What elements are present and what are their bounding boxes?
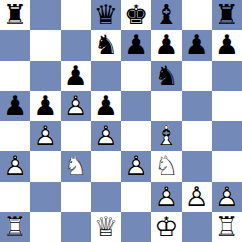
white-pawn-glyph-outline: ♙	[3, 152, 27, 179]
square-a3[interactable]: ♟♙	[0, 151, 30, 181]
piece-white-pawn: ♟♙	[151, 182, 181, 212]
piece-white-knight: ♞♘	[151, 151, 181, 181]
piece-white-pawn: ♟♙	[212, 182, 242, 212]
square-b8[interactable]	[30, 0, 60, 30]
square-h2[interactable]: ♟♙	[212, 182, 242, 212]
white-king-glyph-fill: ♚	[154, 213, 178, 240]
square-a1[interactable]: ♜♖	[0, 212, 30, 242]
chess-app: ♜♛♚♝♜♞♟♟♟♟♟♞♟♟♟♙♟♟♙♟♙♝♗♟♙♞♘♟♙♞♘♟♙♟♙♟♙♜♖♛…	[0, 0, 242, 242]
square-d8[interactable]: ♛	[91, 0, 121, 30]
white-pawn-glyph-fill: ♟	[215, 183, 239, 210]
square-f2[interactable]: ♟♙	[151, 182, 181, 212]
square-f1[interactable]: ♚♔	[151, 212, 181, 242]
white-pawn-glyph-outline: ♙	[64, 92, 88, 119]
square-a6[interactable]	[0, 61, 30, 91]
square-e3[interactable]: ♟♙	[121, 151, 151, 181]
square-a2[interactable]	[0, 182, 30, 212]
black-pawn-glyph-fill: ♟	[94, 92, 118, 119]
square-b6[interactable]	[30, 61, 60, 91]
black-pawn-glyph-fill: ♟	[185, 31, 209, 58]
piece-black-pawn: ♟	[151, 30, 181, 60]
black-queen-glyph-fill: ♛	[94, 1, 118, 28]
piece-black-king: ♚	[121, 0, 151, 30]
white-knight-glyph-fill: ♞	[64, 152, 88, 179]
square-b1[interactable]	[30, 212, 60, 242]
square-h6[interactable]	[212, 61, 242, 91]
black-knight-glyph-fill: ♞	[154, 62, 178, 89]
chess-board: ♜♛♚♝♜♞♟♟♟♟♟♞♟♟♟♙♟♟♙♟♙♝♗♟♙♞♘♟♙♞♘♟♙♟♙♟♙♜♖♛…	[0, 0, 242, 242]
white-pawn-glyph-outline: ♙	[33, 122, 57, 149]
square-c1[interactable]	[61, 212, 91, 242]
square-c8[interactable]	[61, 0, 91, 30]
square-c5[interactable]: ♟♙	[61, 91, 91, 121]
square-g4[interactable]	[182, 121, 212, 151]
square-h4[interactable]	[212, 121, 242, 151]
piece-white-pawn: ♟♙	[182, 182, 212, 212]
square-c2[interactable]	[61, 182, 91, 212]
white-rook-glyph-fill: ♜	[215, 213, 239, 240]
black-rook-glyph-fill: ♜	[215, 1, 239, 28]
black-bishop-glyph-fill: ♝	[154, 1, 178, 28]
square-c7[interactable]	[61, 30, 91, 60]
square-e1[interactable]	[121, 212, 151, 242]
square-e7[interactable]: ♟	[121, 30, 151, 60]
black-pawn-glyph-fill: ♟	[3, 92, 27, 119]
square-a7[interactable]	[0, 30, 30, 60]
square-g1[interactable]	[182, 212, 212, 242]
square-d6[interactable]	[91, 61, 121, 91]
white-knight-glyph-outline: ♘	[154, 152, 178, 179]
black-pawn-glyph-fill: ♟	[154, 31, 178, 58]
piece-black-rook: ♜	[0, 0, 30, 30]
white-queen-glyph-fill: ♛	[94, 213, 118, 240]
square-h1[interactable]: ♜♖	[212, 212, 242, 242]
piece-black-pawn: ♟	[0, 91, 30, 121]
square-f3[interactable]: ♞♘	[151, 151, 181, 181]
square-f5[interactable]	[151, 91, 181, 121]
square-g7[interactable]: ♟	[182, 30, 212, 60]
white-rook-glyph-outline: ♖	[215, 213, 239, 240]
white-knight-glyph-outline: ♘	[64, 152, 88, 179]
square-h5[interactable]	[212, 91, 242, 121]
square-e2[interactable]	[121, 182, 151, 212]
white-pawn-glyph-fill: ♟	[185, 183, 209, 210]
white-king-glyph-outline: ♔	[154, 213, 178, 240]
square-d7[interactable]: ♞	[91, 30, 121, 60]
black-pawn-glyph-fill: ♟	[33, 92, 57, 119]
square-b2[interactable]	[30, 182, 60, 212]
square-h7[interactable]: ♟	[212, 30, 242, 60]
piece-white-queen: ♛♕	[91, 212, 121, 242]
piece-white-pawn: ♟♙	[61, 91, 91, 121]
piece-white-pawn: ♟♙	[91, 121, 121, 151]
black-pawn-glyph-fill: ♟	[215, 31, 239, 58]
square-c4[interactable]	[61, 121, 91, 151]
piece-white-pawn: ♟♙	[121, 151, 151, 181]
square-g2[interactable]: ♟♙	[182, 182, 212, 212]
white-pawn-glyph-outline: ♙	[215, 183, 239, 210]
piece-white-pawn: ♟♙	[0, 151, 30, 181]
square-h8[interactable]: ♜	[212, 0, 242, 30]
piece-black-pawn: ♟	[121, 30, 151, 60]
square-e6[interactable]	[121, 61, 151, 91]
white-pawn-glyph-fill: ♟	[64, 92, 88, 119]
piece-black-knight: ♞	[91, 30, 121, 60]
white-queen-glyph-outline: ♕	[94, 213, 118, 240]
square-d5[interactable]: ♟	[91, 91, 121, 121]
square-g6[interactable]	[182, 61, 212, 91]
square-c6[interactable]: ♟	[61, 61, 91, 91]
white-knight-glyph-fill: ♞	[154, 152, 178, 179]
square-d1[interactable]: ♛♕	[91, 212, 121, 242]
square-g8[interactable]	[182, 0, 212, 30]
piece-black-queen: ♛	[91, 0, 121, 30]
white-pawn-glyph-outline: ♙	[185, 183, 209, 210]
square-g5[interactable]	[182, 91, 212, 121]
white-rook-glyph-outline: ♖	[3, 213, 27, 240]
white-pawn-glyph-outline: ♙	[94, 122, 118, 149]
white-bishop-glyph-outline: ♗	[154, 122, 178, 149]
square-b4[interactable]: ♟♙	[30, 121, 60, 151]
piece-white-rook: ♜♖	[212, 212, 242, 242]
square-d2[interactable]	[91, 182, 121, 212]
piece-white-pawn: ♟♙	[30, 121, 60, 151]
square-b3[interactable]	[30, 151, 60, 181]
white-pawn-glyph-fill: ♟	[3, 152, 27, 179]
white-rook-glyph-fill: ♜	[3, 213, 27, 240]
square-c3[interactable]: ♞♘	[61, 151, 91, 181]
white-pawn-glyph-outline: ♙	[124, 152, 148, 179]
square-f6[interactable]: ♞	[151, 61, 181, 91]
square-a5[interactable]: ♟	[0, 91, 30, 121]
square-e8[interactable]: ♚	[121, 0, 151, 30]
piece-black-rook: ♜	[212, 0, 242, 30]
piece-white-knight: ♞♘	[61, 151, 91, 181]
piece-black-pawn: ♟	[182, 30, 212, 60]
square-e5[interactable]	[121, 91, 151, 121]
square-f4[interactable]: ♝♗	[151, 121, 181, 151]
white-bishop-glyph-fill: ♝	[154, 122, 178, 149]
square-g3[interactable]	[182, 151, 212, 181]
square-f7[interactable]: ♟	[151, 30, 181, 60]
square-d3[interactable]	[91, 151, 121, 181]
square-d4[interactable]: ♟♙	[91, 121, 121, 151]
square-b7[interactable]	[30, 30, 60, 60]
square-f8[interactable]: ♝	[151, 0, 181, 30]
black-pawn-glyph-fill: ♟	[64, 62, 88, 89]
piece-black-knight: ♞	[151, 61, 181, 91]
square-a8[interactable]: ♜	[0, 0, 30, 30]
white-pawn-glyph-fill: ♟	[94, 122, 118, 149]
square-a4[interactable]	[0, 121, 30, 151]
white-pawn-glyph-fill: ♟	[154, 183, 178, 210]
piece-black-bishop: ♝	[151, 0, 181, 30]
black-rook-glyph-fill: ♜	[3, 1, 27, 28]
square-b5[interactable]: ♟	[30, 91, 60, 121]
piece-white-bishop: ♝♗	[151, 121, 181, 151]
white-pawn-glyph-fill: ♟	[124, 152, 148, 179]
black-king-glyph-fill: ♚	[124, 1, 148, 28]
piece-white-king: ♚♔	[151, 212, 181, 242]
piece-black-pawn: ♟	[61, 61, 91, 91]
square-e4[interactable]	[121, 121, 151, 151]
white-pawn-glyph-fill: ♟	[33, 122, 57, 149]
black-pawn-glyph-fill: ♟	[124, 31, 148, 58]
piece-black-pawn: ♟	[212, 30, 242, 60]
square-h3[interactable]	[212, 151, 242, 181]
black-knight-glyph-fill: ♞	[94, 31, 118, 58]
piece-white-rook: ♜♖	[0, 212, 30, 242]
piece-black-pawn: ♟	[91, 91, 121, 121]
piece-black-pawn: ♟	[30, 91, 60, 121]
white-pawn-glyph-outline: ♙	[154, 183, 178, 210]
